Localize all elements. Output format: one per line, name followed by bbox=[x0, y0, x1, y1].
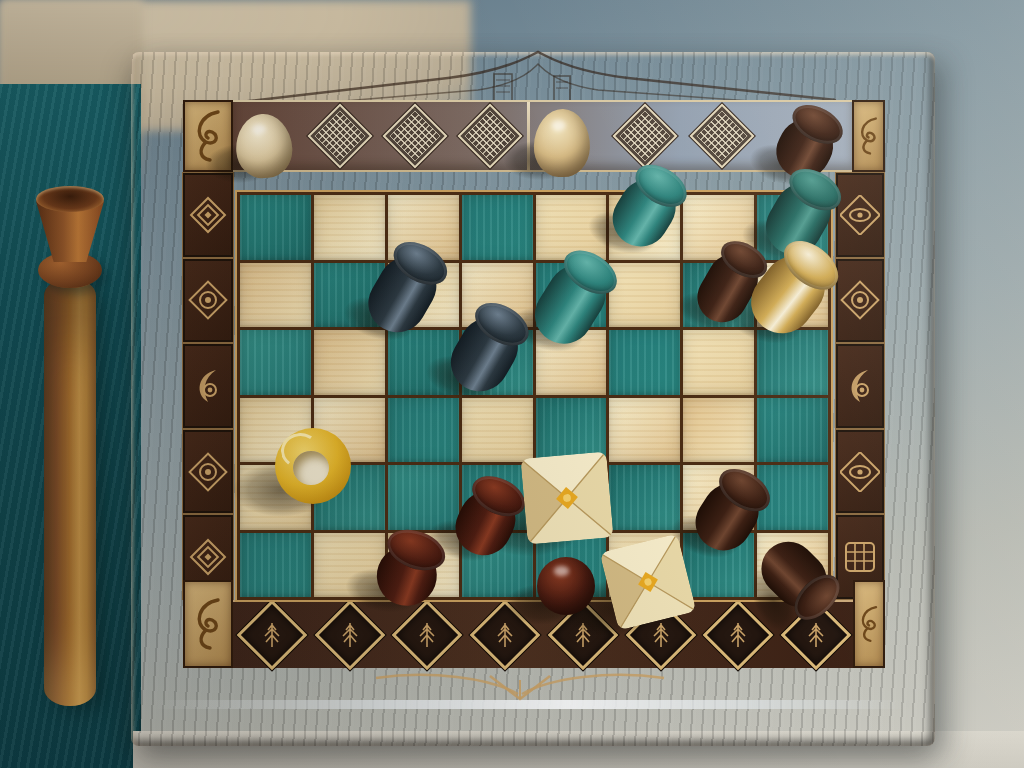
pyramid-block bbox=[520, 451, 613, 544]
square-r3c6-teal[interactable] bbox=[609, 330, 680, 395]
corner-scroll-tile-2 bbox=[852, 100, 885, 172]
border-tile-left-2-rosette bbox=[183, 259, 233, 343]
egg-surface bbox=[234, 112, 294, 180]
square-r3c7-cream[interactable] bbox=[683, 330, 754, 395]
corner-scroll-tile-3 bbox=[183, 580, 233, 668]
square-r2c1-cream[interactable] bbox=[240, 263, 311, 328]
rosette-motif bbox=[188, 280, 228, 320]
paisley-motif bbox=[188, 364, 228, 408]
piece-egg-ivory-border-c1[interactable] bbox=[234, 112, 294, 180]
square-r4c7-cream[interactable] bbox=[683, 398, 754, 463]
grid-motif bbox=[840, 537, 880, 577]
tree-motif bbox=[335, 620, 365, 650]
corner-scroll-tile-4 bbox=[853, 580, 885, 668]
wooden-rod-shaft[interactable] bbox=[44, 278, 96, 706]
square-r5c3-teal[interactable] bbox=[388, 465, 459, 530]
border-tile-right-3-paisley bbox=[836, 344, 884, 428]
square-r1c2-cream[interactable] bbox=[314, 195, 385, 260]
rosette-motif bbox=[188, 452, 228, 492]
border-tile-left-3-paisley bbox=[183, 344, 233, 428]
square-r6c1-teal[interactable] bbox=[240, 533, 311, 598]
tree-motif bbox=[568, 620, 598, 650]
square-r4c4-cream[interactable] bbox=[462, 398, 533, 463]
spiral-scroll-motif bbox=[855, 596, 883, 652]
winged-v-emblem bbox=[370, 668, 670, 704]
maze-diamond-motif bbox=[188, 195, 228, 235]
piece-egg-cream-border-c5[interactable] bbox=[533, 108, 591, 178]
egg-surface bbox=[533, 108, 591, 178]
wooden-rod-head-top bbox=[36, 186, 104, 212]
band-hatch-diamond-3 bbox=[457, 103, 522, 168]
eye-diamond-motif bbox=[840, 452, 880, 492]
paisley-motif bbox=[840, 364, 880, 408]
square-r1c4-teal[interactable] bbox=[462, 195, 533, 260]
bottom-band-diamond-2 bbox=[314, 600, 385, 671]
bottom-band-diamond-1 bbox=[237, 600, 308, 671]
pyramid-faces bbox=[520, 451, 613, 544]
specular-highlight bbox=[554, 566, 569, 575]
band-hatch-diamond-5 bbox=[689, 103, 754, 168]
corner-scroll-tile-1 bbox=[183, 100, 233, 172]
border-tile-right-4-eye bbox=[836, 430, 884, 514]
tree-motif bbox=[412, 620, 442, 650]
border-tile-left-1-maze bbox=[183, 173, 233, 257]
border-column-right bbox=[836, 172, 884, 600]
tree-motif bbox=[490, 620, 520, 650]
piece-pyramid-creampyr-r5c5[interactable] bbox=[520, 451, 613, 544]
spiral-scroll-motif bbox=[188, 108, 228, 164]
square-r3c1-teal[interactable] bbox=[240, 330, 311, 395]
border-column-left bbox=[183, 172, 233, 600]
tree-motif bbox=[723, 620, 753, 650]
band-divider bbox=[527, 102, 530, 170]
square-r4c3-teal[interactable] bbox=[388, 398, 459, 463]
eye-diamond-motif bbox=[840, 195, 880, 235]
band-hatch-diamond-1 bbox=[307, 103, 372, 168]
scene bbox=[0, 0, 1024, 768]
square-r4c6-cream[interactable] bbox=[609, 398, 680, 463]
sphere-surface bbox=[537, 557, 595, 615]
spiral-scroll-motif bbox=[188, 596, 228, 652]
maze-diamond-motif bbox=[188, 537, 228, 577]
border-tile-left-4-rosette bbox=[183, 430, 233, 514]
piece-ring-yellow-r4c2[interactable] bbox=[275, 428, 351, 504]
band-hatch-diamond-2 bbox=[382, 103, 447, 168]
square-r3c2-cream[interactable] bbox=[314, 330, 385, 395]
specular-highlight bbox=[551, 119, 566, 130]
bottom-band-diamond-4 bbox=[470, 600, 541, 671]
piece-sphere-maroon-r6c5[interactable] bbox=[537, 557, 595, 615]
rosette-motif bbox=[840, 280, 880, 320]
bottom-band-diamond-7 bbox=[703, 600, 774, 671]
square-r5c6-teal[interactable] bbox=[609, 465, 680, 530]
spiral-scroll-motif bbox=[854, 108, 883, 164]
square-r4c8-teal[interactable] bbox=[757, 398, 828, 463]
square-r1c1-teal[interactable] bbox=[240, 195, 311, 260]
tree-motif bbox=[646, 620, 676, 650]
tree-motif bbox=[257, 620, 287, 650]
